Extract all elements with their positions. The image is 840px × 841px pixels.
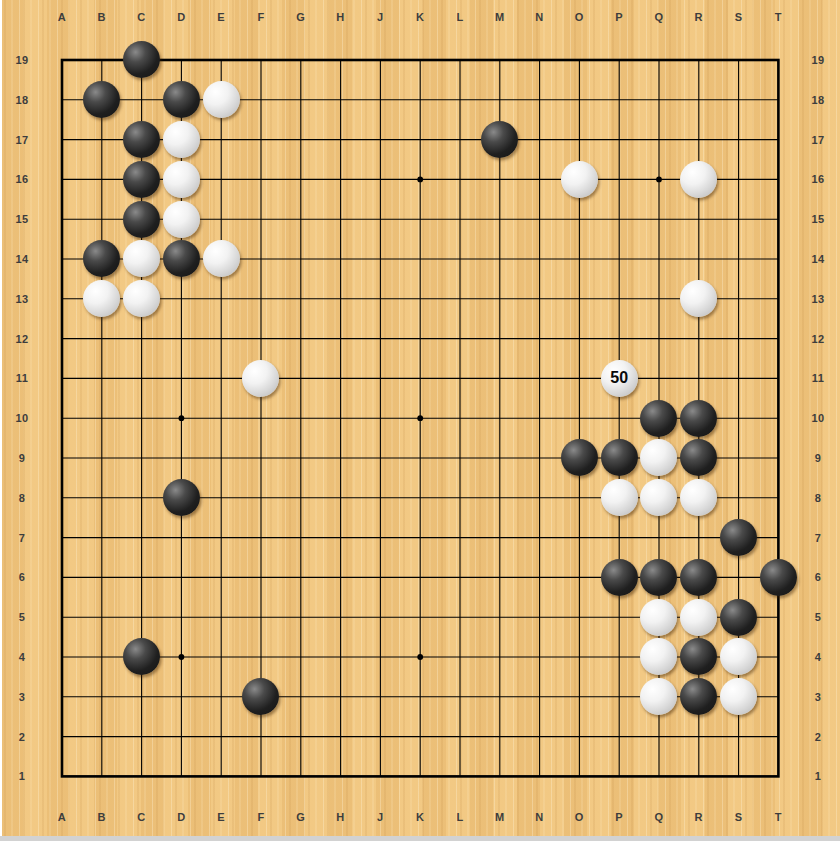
coordinate-label: 12 [811, 333, 824, 345]
go-board-app: ABCDEFGHJKLMNOPQRST ABCDEFGHJKLMNOPQRST … [0, 0, 840, 841]
coordinate-label: 6 [19, 571, 26, 583]
coordinate-label: 19 [811, 54, 824, 66]
coordinate-label: 16 [811, 173, 824, 185]
stone-black [760, 559, 797, 596]
coordinate-label: K [416, 811, 424, 823]
coordinate-label: 1 [815, 770, 822, 782]
stone-white [242, 360, 279, 397]
coordinate-label: 15 [15, 213, 28, 225]
coordinate-label: M [495, 811, 505, 823]
coordinate-label: L [456, 11, 463, 23]
coordinate-label: 17 [811, 134, 824, 146]
coordinate-label: 9 [815, 452, 822, 464]
go-board[interactable]: ABCDEFGHJKLMNOPQRST ABCDEFGHJKLMNOPQRST … [0, 0, 840, 841]
stone-black [481, 121, 518, 158]
coordinate-label: J [377, 11, 384, 23]
stone-white [123, 240, 160, 277]
coordinate-label: C [137, 11, 145, 23]
coordinate-label: H [336, 811, 344, 823]
stone-white [640, 638, 677, 675]
stone-black [720, 519, 757, 556]
stone-black [561, 439, 598, 476]
coordinate-label: 13 [15, 293, 28, 305]
window-edge-bottom [0, 836, 840, 841]
coordinate-label: 3 [815, 691, 822, 703]
stone-black [83, 81, 120, 118]
coordinate-label: C [137, 811, 145, 823]
coordinate-label: E [217, 811, 225, 823]
coordinate-label: O [575, 11, 584, 23]
coordinate-label: S [735, 11, 743, 23]
stone-black [680, 638, 717, 675]
coordinate-label: D [177, 811, 185, 823]
coordinate-label: N [535, 11, 543, 23]
coordinate-label: G [296, 11, 305, 23]
coordinate-label: T [775, 811, 782, 823]
stone-black [680, 678, 717, 715]
coordinate-label: P [615, 811, 623, 823]
stone-black [163, 81, 200, 118]
coordinate-label: 7 [19, 532, 26, 544]
coordinate-label: 2 [815, 731, 822, 743]
coordinate-label: 3 [19, 691, 26, 703]
stone-white [680, 161, 717, 198]
coordinate-label: 4 [19, 651, 26, 663]
stone-white [163, 161, 200, 198]
stone-white-marked: 50 [601, 360, 638, 397]
coordinate-label: Q [654, 811, 663, 823]
coordinate-label: J [377, 811, 384, 823]
coordinate-label: 14 [811, 253, 824, 265]
coordinate-label: 5 [19, 611, 26, 623]
coordinate-label: O [575, 811, 584, 823]
stone-white [680, 599, 717, 636]
stone-black [83, 240, 120, 277]
stone-black [640, 559, 677, 596]
stone-white [640, 439, 677, 476]
coordinate-label: 7 [815, 532, 822, 544]
stone-white [680, 479, 717, 516]
stone-black [163, 479, 200, 516]
coordinate-label: 15 [811, 213, 824, 225]
coordinate-label: G [296, 811, 305, 823]
stone-white [203, 240, 240, 277]
stone-black [123, 121, 160, 158]
coordinate-label: 18 [15, 94, 28, 106]
stone-black [640, 400, 677, 437]
stone-white [680, 280, 717, 317]
coordinate-label: Q [654, 11, 663, 23]
stone-black [123, 41, 160, 78]
coordinate-label: 11 [16, 372, 29, 384]
coordinate-label: 8 [19, 492, 26, 504]
coordinate-label: 16 [15, 173, 28, 185]
coordinate-label: 18 [811, 94, 824, 106]
coordinate-label: P [615, 11, 623, 23]
coordinate-label: 11 [812, 372, 825, 384]
coordinate-label: 12 [15, 333, 28, 345]
stone-white [720, 638, 757, 675]
stone-black [123, 201, 160, 238]
stone-white [163, 121, 200, 158]
stone-white [163, 201, 200, 238]
stone-white [561, 161, 598, 198]
coordinate-label: 10 [15, 412, 28, 424]
coordinate-label: M [495, 11, 505, 23]
coordinate-label: S [735, 811, 743, 823]
coordinate-label: 1 [19, 770, 26, 782]
stone-black [601, 559, 638, 596]
coordinate-label: 13 [811, 293, 824, 305]
stone-black [680, 559, 717, 596]
stone-black [242, 678, 279, 715]
coordinate-label: 17 [15, 134, 28, 146]
coordinate-label: B [98, 811, 106, 823]
coordinate-label: F [257, 811, 264, 823]
stone-white [203, 81, 240, 118]
stone-black [680, 439, 717, 476]
coordinate-label: 9 [19, 452, 26, 464]
coordinate-label: 6 [815, 571, 822, 583]
coordinate-label: B [98, 11, 106, 23]
stone-black [123, 161, 160, 198]
coordinate-label: R [695, 11, 703, 23]
coordinate-label: E [217, 11, 225, 23]
stone-white [640, 479, 677, 516]
coordinate-label: A [58, 811, 66, 823]
coordinate-label: 5 [815, 611, 822, 623]
stone-black [601, 439, 638, 476]
stone-black [123, 638, 160, 675]
stone-white [123, 280, 160, 317]
stone-white [601, 479, 638, 516]
coordinate-label: D [177, 11, 185, 23]
window-edge-left [0, 0, 2, 841]
coordinate-label: K [416, 11, 424, 23]
coordinate-label: A [58, 11, 66, 23]
stone-grid[interactable]: 50 [42, 40, 798, 796]
coordinate-label: H [336, 11, 344, 23]
move-number-label: 50 [610, 370, 628, 386]
coordinate-label: 10 [811, 412, 824, 424]
coordinate-label: 8 [815, 492, 822, 504]
coordinate-label: 14 [15, 253, 28, 265]
coordinate-label: 4 [815, 651, 822, 663]
coordinate-label: 2 [19, 731, 26, 743]
stone-white [640, 599, 677, 636]
coordinate-label: 19 [15, 54, 28, 66]
coordinate-label: R [695, 811, 703, 823]
stone-white [640, 678, 677, 715]
coordinate-label: N [535, 811, 543, 823]
stone-white [83, 280, 120, 317]
stone-black [163, 240, 200, 277]
stone-black [720, 599, 757, 636]
stone-black [680, 400, 717, 437]
stone-white [720, 678, 757, 715]
coordinate-label: L [456, 811, 463, 823]
coordinate-label: F [257, 11, 264, 23]
coordinate-label: T [775, 11, 782, 23]
